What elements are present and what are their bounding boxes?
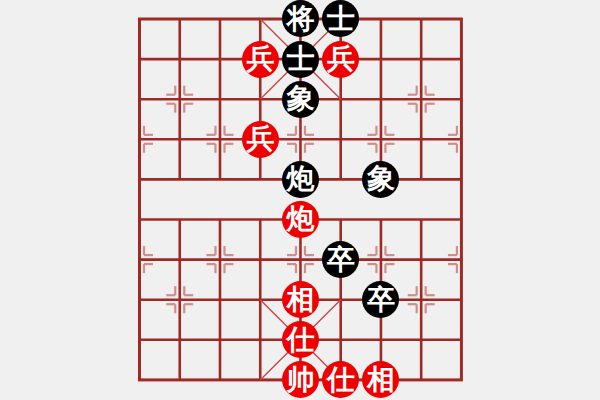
black-advisor[interactable]: 士	[282, 41, 319, 78]
red-soldier[interactable]: 兵	[242, 41, 279, 78]
red-cannon[interactable]: 炮	[282, 201, 319, 238]
red-soldier[interactable]: 兵	[322, 41, 359, 78]
black-elephant[interactable]: 象	[282, 81, 319, 118]
red-advisor[interactable]: 仕	[322, 361, 359, 398]
black-soldier[interactable]: 卒	[362, 281, 399, 318]
red-elephant[interactable]: 相	[282, 281, 319, 318]
xiangqi-board: 将士兵士兵象兵炮象炮卒相卒仕帅仕相	[0, 0, 600, 400]
black-advisor[interactable]: 士	[322, 0, 359, 37]
red-general[interactable]: 帅	[282, 361, 319, 398]
red-advisor[interactable]: 仕	[282, 321, 319, 358]
black-soldier[interactable]: 卒	[322, 241, 359, 278]
black-elephant[interactable]: 象	[362, 161, 399, 198]
red-elephant[interactable]: 相	[362, 361, 399, 398]
black-cannon[interactable]: 炮	[282, 161, 319, 198]
black-general[interactable]: 将	[282, 0, 319, 37]
piece-grid: 将士兵士兵象兵炮象炮卒相卒仕帅仕相	[119, 0, 481, 400]
red-soldier[interactable]: 兵	[242, 121, 279, 158]
